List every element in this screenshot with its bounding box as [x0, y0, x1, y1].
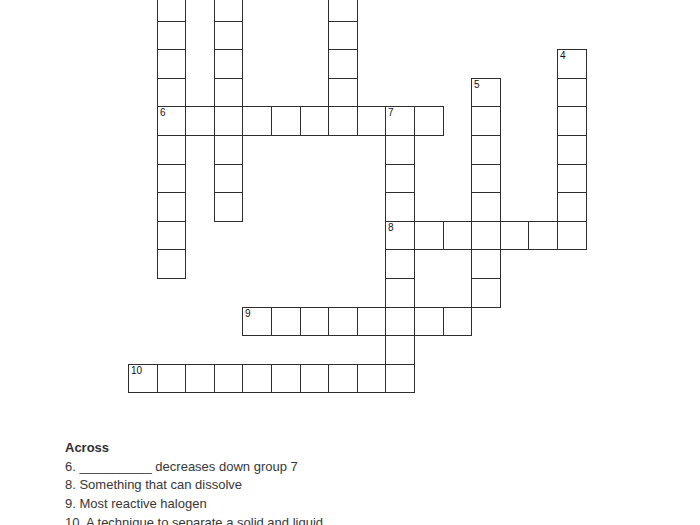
grid-cell-r11c8[interactable]	[357, 307, 386, 336]
grid-cell-r13c1[interactable]	[157, 364, 186, 393]
clue-9-across: 9. Most reactive halogen	[65, 495, 625, 514]
grid-cell-r7c3[interactable]	[214, 192, 243, 222]
grid-cell-r13c5[interactable]	[271, 364, 301, 393]
grid-cell-r4c5[interactable]	[271, 106, 301, 136]
grid-cell-r3c12[interactable]: 5	[471, 78, 501, 107]
grid-cell-r6c3[interactable]	[214, 164, 243, 193]
grid-cell-r4c9[interactable]: 7	[385, 106, 415, 136]
crossword-page: 45678910 Across 6. __________ decreases …	[0, 0, 700, 525]
across-heading: Across	[65, 439, 625, 458]
grid-cell-r0c7[interactable]	[328, 0, 358, 22]
grid-cell-r13c6[interactable]	[300, 364, 329, 393]
grid-cell-r13c0[interactable]: 10	[128, 364, 158, 393]
grid-cell-r7c1[interactable]	[157, 192, 186, 222]
grid-cell-r4c8[interactable]	[357, 106, 386, 136]
clues-section: Across 6. __________ decreases down grou…	[65, 439, 625, 525]
grid-cell-r3c1[interactable]	[157, 78, 186, 107]
grid-cell-r6c15[interactable]	[557, 164, 587, 193]
grid-cell-r1c1[interactable]	[157, 21, 186, 50]
grid-cell-r4c12[interactable]	[471, 106, 501, 136]
grid-cell-r8c11[interactable]	[443, 221, 472, 250]
grid-cell-r13c4[interactable]	[242, 364, 272, 393]
clue-10-across: 10. A technique to separate a solid and …	[65, 514, 625, 525]
grid-cell-r13c7[interactable]	[328, 364, 358, 393]
grid-cell-r11c10[interactable]	[414, 307, 444, 336]
grid-cell-r4c2[interactable]	[185, 106, 215, 136]
grid-cell-r13c3[interactable]	[214, 364, 243, 393]
grid-cell-r6c1[interactable]	[157, 164, 186, 193]
grid-cell-r4c4[interactable]	[242, 106, 272, 136]
grid-cell-r0c3[interactable]	[214, 0, 243, 22]
grid-cell-r9c12[interactable]	[471, 249, 501, 279]
grid-cell-r0c1[interactable]	[157, 0, 186, 22]
grid-cell-r9c1[interactable]	[157, 249, 186, 279]
grid-cell-r8c14[interactable]	[528, 221, 558, 250]
grid-cell-r1c7[interactable]	[328, 21, 358, 50]
grid-cell-r1c3[interactable]	[214, 21, 243, 50]
clue-8-across: 8. Something that can dissolve	[65, 476, 625, 495]
clue-number-label-6: 6	[160, 107, 166, 119]
grid-cell-r7c9[interactable]	[385, 192, 415, 222]
grid-cell-r11c7[interactable]	[328, 307, 358, 336]
grid-cell-r3c15[interactable]	[557, 78, 587, 107]
grid-cell-r8c15[interactable]	[557, 221, 587, 250]
grid-cell-r7c15[interactable]	[557, 192, 587, 222]
clue-number-label-8: 8	[388, 222, 394, 234]
grid-cell-r11c5[interactable]	[271, 307, 301, 336]
grid-cell-r12c9[interactable]	[385, 335, 415, 365]
grid-cell-r5c3[interactable]	[214, 135, 243, 165]
grid-cell-r8c13[interactable]	[500, 221, 529, 250]
grid-cell-r3c3[interactable]	[214, 78, 243, 107]
grid-cell-r11c11[interactable]	[443, 307, 472, 336]
grid-cell-r11c4[interactable]: 9	[242, 307, 272, 336]
grid-cell-r5c9[interactable]	[385, 135, 415, 165]
grid-cell-r6c12[interactable]	[471, 164, 501, 193]
grid-cell-r9c9[interactable]	[385, 249, 415, 279]
grid-cell-r2c1[interactable]	[157, 49, 186, 79]
grid-cell-r11c9[interactable]	[385, 307, 415, 336]
grid-cell-r11c6[interactable]	[300, 307, 329, 336]
clue-number-label-7: 7	[388, 107, 394, 119]
grid-cell-r5c12[interactable]	[471, 135, 501, 165]
grid-cell-r3c7[interactable]	[328, 78, 358, 107]
clue-number-label-10: 10	[131, 365, 142, 377]
grid-cell-r6c9[interactable]	[385, 164, 415, 193]
grid-cell-r4c1[interactable]: 6	[157, 106, 186, 136]
crossword-grid: 45678910	[0, 0, 700, 430]
grid-cell-r4c6[interactable]	[300, 106, 329, 136]
grid-cell-r2c3[interactable]	[214, 49, 243, 79]
grid-cell-r4c15[interactable]	[557, 106, 587, 136]
grid-cell-r4c3[interactable]	[214, 106, 243, 136]
clue-6-across: 6. __________ decreases down group 7	[65, 458, 625, 477]
grid-cell-r13c2[interactable]	[185, 364, 215, 393]
grid-cell-r2c7[interactable]	[328, 49, 358, 79]
clue-number-label-9: 9	[245, 308, 251, 320]
grid-cell-r4c7[interactable]	[328, 106, 358, 136]
grid-cell-r4c10[interactable]	[414, 106, 444, 136]
grid-cell-r5c15[interactable]	[557, 135, 587, 165]
grid-cell-r2c15[interactable]: 4	[557, 49, 587, 79]
clue-number-label-4: 4	[560, 50, 566, 62]
grid-cell-r5c1[interactable]	[157, 135, 186, 165]
grid-cell-r13c8[interactable]	[357, 364, 386, 393]
grid-cell-r10c9[interactable]	[385, 278, 415, 308]
grid-cell-r13c9[interactable]	[385, 364, 415, 393]
grid-cell-r7c12[interactable]	[471, 192, 501, 222]
grid-cell-r10c12[interactable]	[471, 278, 501, 308]
grid-cell-r8c12[interactable]	[471, 221, 501, 250]
grid-cell-r8c1[interactable]	[157, 221, 186, 250]
grid-cell-r8c9[interactable]: 8	[385, 221, 415, 250]
grid-cell-r8c10[interactable]	[414, 221, 444, 250]
clue-number-label-5: 5	[474, 79, 480, 91]
